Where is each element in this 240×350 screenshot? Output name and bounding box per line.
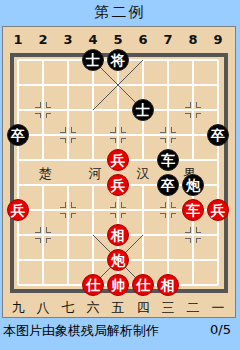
- bottom-coord-label: 六: [80, 299, 106, 317]
- piece-black-pawn[interactable]: 卒: [7, 124, 29, 146]
- piece-black-cannon[interactable]: 炮: [182, 174, 204, 196]
- move-counter: 0/5: [210, 322, 231, 337]
- piece-red-advisor[interactable]: 仕: [82, 274, 104, 296]
- status-text: 本图片由象棋残局解析制作: [3, 322, 159, 340]
- top-coord-label: 2: [30, 32, 56, 47]
- piece-red-elephant[interactable]: 相: [157, 274, 179, 296]
- bottom-coord-label: 八: [30, 299, 56, 317]
- top-coord-label: 4: [80, 32, 106, 47]
- piece-red-general[interactable]: 帅: [107, 274, 129, 296]
- piece-red-pawn[interactable]: 兵: [107, 174, 129, 196]
- piece-red-advisor[interactable]: 仕: [132, 274, 154, 296]
- piece-red-pawn[interactable]: 兵: [207, 199, 229, 221]
- piece-red-cannon[interactable]: 炮: [107, 249, 129, 271]
- piece-black-pawn[interactable]: 卒: [157, 174, 179, 196]
- piece-black-advisor[interactable]: 士: [82, 49, 104, 71]
- bottom-coord-label: 三: [155, 299, 181, 317]
- piece-red-pawn[interactable]: 兵: [7, 199, 29, 221]
- top-coord-label: 7: [155, 32, 181, 47]
- piece-red-pawn[interactable]: 兵: [107, 149, 129, 171]
- top-coord-label: 5: [105, 32, 131, 47]
- river-label: 楚: [37, 165, 53, 183]
- top-coord-label: 3: [55, 32, 81, 47]
- top-coord-label: 1: [5, 32, 31, 47]
- piece-black-chariot[interactable]: 车: [157, 149, 179, 171]
- bottom-coord-label: 五: [105, 299, 131, 317]
- piece-black-general[interactable]: 将: [107, 49, 129, 71]
- bottom-coord-label: 七: [55, 299, 81, 317]
- app-window: 第二例 123456789 九八七六五四三二一 楚河汉界 士将士卒卒兵车兵卒炮兵…: [0, 0, 240, 350]
- bottom-coord-label: 一: [205, 299, 231, 317]
- river-label: 汉: [135, 165, 151, 183]
- top-coord-label: 6: [130, 32, 156, 47]
- bottom-coord-label: 四: [130, 299, 156, 317]
- top-coord-label: 8: [180, 32, 206, 47]
- top-coord-label: 9: [205, 32, 231, 47]
- bottom-coord-label: 二: [180, 299, 206, 317]
- river-label: 河: [87, 165, 103, 183]
- piece-black-pawn[interactable]: 卒: [207, 124, 229, 146]
- bottom-coord-label: 九: [5, 299, 31, 317]
- piece-red-chariot[interactable]: 车: [182, 199, 204, 221]
- piece-black-advisor[interactable]: 士: [132, 99, 154, 121]
- piece-red-elephant[interactable]: 相: [107, 224, 129, 246]
